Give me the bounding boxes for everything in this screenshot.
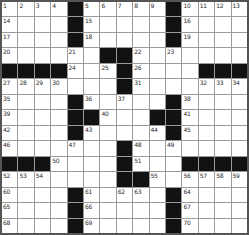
white-cell-r3c4[interactable] bbox=[51, 33, 66, 47]
black-cell-r14c5 bbox=[68, 203, 83, 217]
white-cell-r15c12[interactable]: 70 bbox=[182, 219, 197, 233]
white-cell-r1c1[interactable]: 1 bbox=[2, 2, 17, 16]
clue-number-26: 26 bbox=[134, 64, 141, 71]
white-cell-r6c14[interactable]: 33 bbox=[215, 79, 230, 93]
clue-number-51: 51 bbox=[134, 157, 141, 164]
clue-number-62: 62 bbox=[118, 188, 125, 195]
white-cell-r11c5[interactable] bbox=[68, 157, 83, 171]
white-cell-r11c9[interactable]: 51 bbox=[133, 157, 148, 171]
white-cell-r15c6[interactable]: 69 bbox=[84, 219, 99, 233]
white-cell-r12c12[interactable]: 56 bbox=[182, 172, 197, 186]
white-cell-r6c3[interactable]: 29 bbox=[35, 79, 50, 93]
black-cell-r12c9 bbox=[133, 172, 148, 186]
white-cell-r7c14[interactable] bbox=[215, 95, 230, 109]
white-cell-r13c1[interactable]: 60 bbox=[2, 188, 17, 202]
white-cell-r14c4[interactable] bbox=[51, 203, 66, 217]
white-cell-r15c1[interactable]: 68 bbox=[2, 219, 17, 233]
white-cell-r1c8[interactable]: 7 bbox=[117, 2, 132, 16]
white-cell-r11c6[interactable] bbox=[84, 157, 99, 171]
clue-number-53: 53 bbox=[19, 172, 26, 179]
white-cell-r15c9[interactable] bbox=[133, 219, 148, 233]
white-cell-r10c1[interactable]: 46 bbox=[2, 141, 17, 155]
clue-number-68: 68 bbox=[3, 219, 10, 226]
white-cell-r14c14[interactable] bbox=[215, 203, 230, 217]
white-cell-r8c9[interactable] bbox=[133, 110, 148, 124]
white-cell-r4c6[interactable] bbox=[84, 48, 99, 62]
white-cell-r5c9[interactable]: 26 bbox=[133, 64, 148, 78]
clue-number-43: 43 bbox=[85, 126, 92, 133]
white-cell-r15c2[interactable] bbox=[18, 219, 33, 233]
white-cell-r6c1[interactable]: 27 bbox=[2, 79, 17, 93]
white-cell-r5c6[interactable] bbox=[84, 64, 99, 78]
white-cell-r10c14[interactable] bbox=[215, 141, 230, 155]
black-cell-r5c3 bbox=[35, 64, 50, 78]
white-cell-r7c13[interactable] bbox=[199, 95, 214, 109]
black-cell-r8c11 bbox=[166, 110, 181, 124]
black-cell-r13c5 bbox=[68, 188, 83, 202]
white-cell-r15c13[interactable] bbox=[199, 219, 214, 233]
white-cell-r12c10[interactable]: 55 bbox=[150, 172, 165, 186]
black-cell-r8c6 bbox=[84, 110, 99, 124]
clue-number-44: 44 bbox=[151, 126, 158, 133]
white-cell-r13c2[interactable] bbox=[18, 188, 33, 202]
white-cell-r2c15[interactable] bbox=[232, 17, 247, 31]
white-cell-r12c7[interactable] bbox=[100, 172, 115, 186]
black-cell-r11c8 bbox=[117, 157, 132, 171]
black-cell-r11c1 bbox=[2, 157, 17, 171]
clue-number-49: 49 bbox=[167, 141, 174, 148]
white-cell-r9c4[interactable] bbox=[51, 126, 66, 140]
white-cell-r1c2[interactable]: 2 bbox=[18, 2, 33, 16]
clue-number-1: 1 bbox=[3, 2, 7, 9]
clue-number-23: 23 bbox=[167, 48, 174, 55]
white-cell-r13c15[interactable] bbox=[232, 188, 247, 202]
white-cell-r10c7[interactable] bbox=[100, 141, 115, 155]
clue-number-7: 7 bbox=[118, 2, 122, 9]
white-cell-r3c9[interactable] bbox=[133, 33, 148, 47]
clue-number-2: 2 bbox=[19, 2, 23, 9]
black-cell-r2c11 bbox=[166, 17, 181, 31]
black-cell-r8c10 bbox=[150, 110, 165, 124]
white-cell-r13c14[interactable] bbox=[215, 188, 230, 202]
clue-number-41: 41 bbox=[183, 110, 190, 117]
white-cell-r4c11[interactable]: 23 bbox=[166, 48, 181, 62]
black-cell-r12c8 bbox=[117, 172, 132, 186]
white-cell-r13c9[interactable]: 63 bbox=[133, 188, 148, 202]
clue-number-54: 54 bbox=[36, 172, 43, 179]
white-cell-r10c12[interactable] bbox=[182, 141, 197, 155]
white-cell-r9c15[interactable] bbox=[232, 126, 247, 140]
white-cell-r3c2[interactable] bbox=[18, 33, 33, 47]
clue-number-66: 66 bbox=[85, 203, 92, 210]
white-cell-r8c2[interactable] bbox=[18, 110, 33, 124]
black-cell-r5c14 bbox=[215, 64, 230, 78]
clue-number-11: 11 bbox=[200, 2, 207, 9]
white-cell-r11c4[interactable]: 50 bbox=[51, 157, 66, 171]
black-cell-r15c5 bbox=[68, 219, 83, 233]
white-cell-r5c7[interactable]: 25 bbox=[100, 64, 115, 78]
white-cell-r4c10[interactable] bbox=[150, 48, 165, 62]
white-cell-r7c9[interactable] bbox=[133, 95, 148, 109]
white-cell-r10c9[interactable]: 48 bbox=[133, 141, 148, 155]
clue-number-67: 67 bbox=[183, 203, 190, 210]
white-cell-r10c3[interactable] bbox=[35, 141, 50, 155]
white-cell-r9c10[interactable]: 44 bbox=[150, 126, 165, 140]
white-cell-r1c6[interactable]: 5 bbox=[84, 2, 99, 16]
clue-number-63: 63 bbox=[134, 188, 141, 195]
clue-number-25: 25 bbox=[101, 64, 108, 71]
white-cell-r5c11[interactable] bbox=[166, 64, 181, 78]
white-cell-r7c3[interactable] bbox=[35, 95, 50, 109]
white-cell-r6c11[interactable] bbox=[166, 79, 181, 93]
white-cell-r8c7[interactable]: 40 bbox=[100, 110, 115, 124]
white-cell-r13c12[interactable]: 64 bbox=[182, 188, 197, 202]
clue-number-12: 12 bbox=[216, 2, 223, 9]
white-cell-r15c3[interactable] bbox=[35, 219, 50, 233]
white-cell-r1c4[interactable]: 4 bbox=[51, 2, 66, 16]
black-cell-r7c5 bbox=[68, 95, 83, 109]
white-cell-r11c11[interactable] bbox=[166, 157, 181, 171]
black-cell-r1c5 bbox=[68, 2, 83, 16]
black-cell-r11c3 bbox=[35, 157, 50, 171]
black-cell-r10c8 bbox=[117, 141, 132, 155]
clue-number-19: 19 bbox=[183, 33, 190, 40]
white-cell-r4c9[interactable]: 22 bbox=[133, 48, 148, 62]
black-cell-r7c11 bbox=[166, 95, 181, 109]
clue-number-21: 21 bbox=[69, 48, 76, 55]
black-cell-r2c5 bbox=[68, 17, 83, 31]
white-cell-r2c6[interactable]: 15 bbox=[84, 17, 99, 31]
white-cell-r14c13[interactable] bbox=[199, 203, 214, 217]
black-cell-r5c4 bbox=[51, 64, 66, 78]
crossword-board: 1234567891011121314151617181920212223242… bbox=[0, 0, 249, 235]
clue-number-10: 10 bbox=[183, 2, 190, 9]
clue-number-33: 33 bbox=[216, 79, 223, 86]
clue-number-29: 29 bbox=[36, 79, 43, 86]
clue-number-37: 37 bbox=[118, 95, 125, 102]
white-cell-r8c4[interactable] bbox=[51, 110, 66, 124]
white-cell-r3c7[interactable] bbox=[100, 33, 115, 47]
white-cell-r3c10[interactable] bbox=[150, 33, 165, 47]
black-cell-r8c5 bbox=[68, 110, 83, 124]
black-cell-r15c11 bbox=[166, 219, 181, 233]
white-cell-r7c15[interactable] bbox=[232, 95, 247, 109]
white-cell-r6c6[interactable] bbox=[84, 79, 99, 93]
clue-number-31: 31 bbox=[134, 79, 141, 86]
white-cell-r4c13[interactable] bbox=[199, 48, 214, 62]
white-cell-r3c14[interactable] bbox=[215, 33, 230, 47]
black-cell-r5c2 bbox=[18, 64, 33, 78]
black-cell-r11c12 bbox=[182, 157, 197, 171]
white-cell-r4c5[interactable]: 21 bbox=[68, 48, 83, 62]
white-cell-r12c4[interactable] bbox=[51, 172, 66, 186]
white-cell-r3c3[interactable] bbox=[35, 33, 50, 47]
clue-number-28: 28 bbox=[19, 79, 26, 86]
white-cell-r4c1[interactable]: 20 bbox=[2, 48, 17, 62]
white-cell-r6c5[interactable] bbox=[68, 79, 83, 93]
white-cell-r13c7[interactable] bbox=[100, 188, 115, 202]
white-cell-r3c1[interactable]: 17 bbox=[2, 33, 17, 47]
white-cell-r2c1[interactable]: 14 bbox=[2, 17, 17, 31]
white-cell-r1c9[interactable]: 8 bbox=[133, 2, 148, 16]
black-cell-r9c11 bbox=[166, 126, 181, 140]
black-cell-r5c1 bbox=[2, 64, 17, 78]
white-cell-r14c12[interactable]: 67 bbox=[182, 203, 197, 217]
white-cell-r11c10[interactable] bbox=[150, 157, 165, 171]
black-cell-r11c13 bbox=[199, 157, 214, 171]
white-cell-r8c12[interactable]: 41 bbox=[182, 110, 197, 124]
black-cell-r5c8 bbox=[117, 64, 132, 78]
white-cell-r9c3[interactable] bbox=[35, 126, 50, 140]
white-cell-r8c13[interactable] bbox=[199, 110, 214, 124]
white-cell-r7c7[interactable] bbox=[100, 95, 115, 109]
white-cell-r7c2[interactable] bbox=[18, 95, 33, 109]
clue-number-4: 4 bbox=[52, 2, 56, 9]
white-cell-r3c8[interactable] bbox=[117, 33, 132, 47]
white-cell-r14c6[interactable]: 66 bbox=[84, 203, 99, 217]
white-cell-r12c11[interactable] bbox=[166, 172, 181, 186]
clue-number-35: 35 bbox=[3, 95, 10, 102]
white-cell-r9c12[interactable]: 45 bbox=[182, 126, 197, 140]
white-cell-r9c13[interactable] bbox=[199, 126, 214, 140]
white-cell-r6c7[interactable] bbox=[100, 79, 115, 93]
white-cell-r14c10[interactable] bbox=[150, 203, 165, 217]
white-cell-r8c15[interactable] bbox=[232, 110, 247, 124]
clue-number-34: 34 bbox=[233, 79, 240, 86]
white-cell-r14c15[interactable] bbox=[232, 203, 247, 217]
white-cell-r6c9[interactable]: 31 bbox=[133, 79, 148, 93]
white-cell-r13c13[interactable] bbox=[199, 188, 214, 202]
clue-number-30: 30 bbox=[52, 79, 59, 86]
black-cell-r3c5 bbox=[68, 33, 83, 47]
white-cell-r2c13[interactable] bbox=[199, 17, 214, 31]
clue-number-60: 60 bbox=[3, 188, 10, 195]
white-cell-r1c13[interactable]: 11 bbox=[199, 2, 214, 16]
white-cell-r7c8[interactable]: 37 bbox=[117, 95, 132, 109]
white-cell-r7c12[interactable]: 38 bbox=[182, 95, 197, 109]
black-cell-r1c11 bbox=[166, 2, 181, 16]
clue-number-9: 9 bbox=[151, 2, 155, 9]
black-cell-r11c14 bbox=[215, 157, 230, 171]
white-cell-r6c2[interactable]: 28 bbox=[18, 79, 33, 93]
white-cell-r2c10[interactable] bbox=[150, 17, 165, 31]
white-cell-r12c13[interactable]: 57 bbox=[199, 172, 214, 186]
clue-number-17: 17 bbox=[3, 33, 10, 40]
clue-number-70: 70 bbox=[183, 219, 190, 226]
black-cell-r9c5 bbox=[68, 126, 83, 140]
white-cell-r8c14[interactable] bbox=[215, 110, 230, 124]
white-cell-r9c9[interactable] bbox=[133, 126, 148, 140]
white-cell-r10c10[interactable] bbox=[150, 141, 165, 155]
white-cell-r10c6[interactable] bbox=[84, 141, 99, 155]
clue-number-61: 61 bbox=[85, 188, 92, 195]
clue-number-13: 13 bbox=[233, 2, 240, 9]
white-cell-r12c5[interactable] bbox=[68, 172, 83, 186]
white-cell-r13c8[interactable]: 62 bbox=[117, 188, 132, 202]
white-cell-r14c7[interactable] bbox=[100, 203, 115, 217]
white-cell-r9c8[interactable] bbox=[117, 126, 132, 140]
white-cell-r13c6[interactable]: 61 bbox=[84, 188, 99, 202]
clue-number-47: 47 bbox=[69, 141, 76, 148]
white-cell-r14c1[interactable]: 65 bbox=[2, 203, 17, 217]
clue-number-18: 18 bbox=[85, 33, 92, 40]
clue-number-50: 50 bbox=[52, 157, 59, 164]
white-cell-r2c7[interactable] bbox=[100, 17, 115, 31]
white-cell-r2c3[interactable] bbox=[35, 17, 50, 31]
white-cell-r9c2[interactable] bbox=[18, 126, 33, 140]
white-cell-r1c7[interactable]: 6 bbox=[100, 2, 115, 16]
white-cell-r4c3[interactable] bbox=[35, 48, 50, 62]
white-cell-r1c12[interactable]: 10 bbox=[182, 2, 197, 16]
white-cell-r15c7[interactable] bbox=[100, 219, 115, 233]
white-cell-r6c13[interactable]: 32 bbox=[199, 79, 214, 93]
white-cell-r10c4[interactable] bbox=[51, 141, 66, 155]
white-cell-r10c2[interactable] bbox=[18, 141, 33, 155]
white-cell-r6c12[interactable] bbox=[182, 79, 197, 93]
clue-number-6: 6 bbox=[101, 2, 105, 9]
white-cell-r5c10[interactable] bbox=[150, 64, 165, 78]
white-cell-r14c8[interactable] bbox=[117, 203, 132, 217]
white-cell-r10c5[interactable]: 47 bbox=[68, 141, 83, 155]
black-cell-r4c8 bbox=[117, 48, 132, 62]
clue-number-8: 8 bbox=[134, 2, 138, 9]
white-cell-r3c13[interactable] bbox=[199, 33, 214, 47]
clue-number-16: 16 bbox=[183, 17, 190, 24]
white-cell-r1c10[interactable]: 9 bbox=[150, 2, 165, 16]
white-cell-r5c12[interactable] bbox=[182, 64, 197, 78]
white-cell-r3c6[interactable]: 18 bbox=[84, 33, 99, 47]
clue-number-27: 27 bbox=[3, 79, 10, 86]
white-cell-r15c8[interactable] bbox=[117, 219, 132, 233]
black-cell-r14c11 bbox=[166, 203, 181, 217]
white-cell-r9c6[interactable]: 43 bbox=[84, 126, 99, 140]
clue-number-36: 36 bbox=[85, 95, 92, 102]
white-cell-r6c10[interactable] bbox=[150, 79, 165, 93]
clue-number-5: 5 bbox=[85, 2, 89, 9]
clue-number-14: 14 bbox=[3, 17, 10, 24]
white-cell-r12c6[interactable] bbox=[84, 172, 99, 186]
clue-number-38: 38 bbox=[183, 95, 190, 102]
clue-number-56: 56 bbox=[183, 172, 190, 179]
white-cell-r12c15[interactable]: 59 bbox=[232, 172, 247, 186]
clue-number-58: 58 bbox=[216, 172, 223, 179]
white-cell-r2c12[interactable]: 16 bbox=[182, 17, 197, 31]
clue-number-59: 59 bbox=[233, 172, 240, 179]
white-cell-r7c1[interactable]: 35 bbox=[2, 95, 17, 109]
black-cell-r3c11 bbox=[166, 33, 181, 47]
clue-number-32: 32 bbox=[200, 79, 207, 86]
clue-number-48: 48 bbox=[134, 141, 141, 148]
black-cell-r6c8 bbox=[117, 79, 132, 93]
clue-number-65: 65 bbox=[3, 203, 10, 210]
white-cell-r4c12[interactable] bbox=[182, 48, 197, 62]
white-cell-r12c14[interactable]: 58 bbox=[215, 172, 230, 186]
white-cell-r4c2[interactable] bbox=[18, 48, 33, 62]
clue-number-20: 20 bbox=[3, 48, 10, 55]
clue-number-64: 64 bbox=[183, 188, 190, 195]
black-cell-r11c2 bbox=[18, 157, 33, 171]
white-cell-r2c2[interactable] bbox=[18, 17, 33, 31]
clue-number-3: 3 bbox=[36, 2, 40, 9]
white-cell-r10c13[interactable] bbox=[199, 141, 214, 155]
white-cell-r2c9[interactable] bbox=[133, 17, 148, 31]
white-cell-r12c2[interactable]: 53 bbox=[18, 172, 33, 186]
white-cell-r2c4[interactable] bbox=[51, 17, 66, 31]
white-cell-r1c3[interactable]: 3 bbox=[35, 2, 50, 16]
clue-number-57: 57 bbox=[200, 172, 207, 179]
white-cell-r7c10[interactable] bbox=[150, 95, 165, 109]
clue-number-42: 42 bbox=[3, 126, 10, 133]
white-cell-r3c15[interactable] bbox=[232, 33, 247, 47]
clue-number-52: 52 bbox=[3, 172, 10, 179]
white-cell-r2c14[interactable] bbox=[215, 17, 230, 31]
black-cell-r5c15 bbox=[232, 64, 247, 78]
white-cell-r5c5[interactable]: 24 bbox=[68, 64, 83, 78]
white-cell-r8c1[interactable]: 39 bbox=[2, 110, 17, 124]
clue-number-22: 22 bbox=[134, 48, 141, 55]
white-cell-r12c1[interactable]: 52 bbox=[2, 172, 17, 186]
white-cell-r8c8[interactable] bbox=[117, 110, 132, 124]
white-cell-r14c3[interactable] bbox=[35, 203, 50, 217]
clue-number-69: 69 bbox=[85, 219, 92, 226]
white-cell-r9c1[interactable]: 42 bbox=[2, 126, 17, 140]
white-cell-r13c3[interactable] bbox=[35, 188, 50, 202]
clue-number-46: 46 bbox=[3, 141, 10, 148]
white-cell-r15c10[interactable] bbox=[150, 219, 165, 233]
white-cell-r4c15[interactable] bbox=[232, 48, 247, 62]
black-cell-r13c11 bbox=[166, 188, 181, 202]
clue-number-45: 45 bbox=[183, 126, 190, 133]
white-cell-r10c15[interactable] bbox=[232, 141, 247, 155]
white-cell-r7c4[interactable] bbox=[51, 95, 66, 109]
white-cell-r15c4[interactable] bbox=[51, 219, 66, 233]
white-cell-r8c3[interactable] bbox=[35, 110, 50, 124]
white-cell-r9c14[interactable] bbox=[215, 126, 230, 140]
white-cell-r15c14[interactable] bbox=[215, 219, 230, 233]
white-cell-r4c14[interactable] bbox=[215, 48, 230, 62]
white-cell-r11c7[interactable] bbox=[100, 157, 115, 171]
white-cell-r14c2[interactable] bbox=[18, 203, 33, 217]
white-cell-r13c4[interactable] bbox=[51, 188, 66, 202]
white-cell-r1c15[interactable]: 13 bbox=[232, 2, 247, 16]
white-cell-r10c11[interactable]: 49 bbox=[166, 141, 181, 155]
white-cell-r13c10[interactable] bbox=[150, 188, 165, 202]
white-cell-r9c7[interactable] bbox=[100, 126, 115, 140]
white-cell-r12c3[interactable]: 54 bbox=[35, 172, 50, 186]
clue-number-15: 15 bbox=[85, 17, 92, 24]
clue-number-39: 39 bbox=[3, 110, 10, 117]
white-cell-r6c15[interactable]: 34 bbox=[232, 79, 247, 93]
white-cell-r3c12[interactable]: 19 bbox=[182, 33, 197, 47]
clue-number-55: 55 bbox=[151, 172, 158, 179]
white-cell-r6c4[interactable]: 30 bbox=[51, 79, 66, 93]
white-cell-r15c15[interactable] bbox=[232, 219, 247, 233]
black-cell-r11c15 bbox=[232, 157, 247, 171]
black-cell-r5c13 bbox=[199, 64, 214, 78]
white-cell-r4c4[interactable] bbox=[51, 48, 66, 62]
white-cell-r1c14[interactable]: 12 bbox=[215, 2, 230, 16]
clue-number-24: 24 bbox=[69, 64, 76, 71]
black-cell-r4c7 bbox=[100, 48, 115, 62]
white-cell-r2c8[interactable] bbox=[117, 17, 132, 31]
clue-number-40: 40 bbox=[101, 110, 108, 117]
white-cell-r7c6[interactable]: 36 bbox=[84, 95, 99, 109]
white-cell-r14c9[interactable] bbox=[133, 203, 148, 217]
